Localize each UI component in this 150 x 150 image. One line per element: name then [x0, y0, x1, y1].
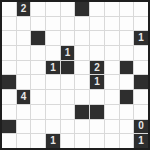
cell-r6c7-empty[interactable]	[105, 90, 119, 104]
cell-r7c5-wall	[75, 105, 89, 119]
cell-r5c8-empty[interactable]	[120, 75, 134, 89]
cell-r5c1-empty[interactable]	[17, 75, 31, 89]
cell-r5c0-wall	[2, 75, 16, 89]
cell-r3c3-empty[interactable]	[46, 46, 60, 60]
cell-r6c6-empty[interactable]	[90, 90, 104, 104]
cell-r1c8-empty[interactable]	[120, 17, 134, 31]
cell-r2c7-empty[interactable]	[105, 31, 119, 45]
cell-r8c7-empty[interactable]	[105, 120, 119, 134]
cell-r4c7-empty[interactable]	[105, 61, 119, 75]
cell-r2c5-empty[interactable]	[75, 31, 89, 45]
cell-r1c0-empty[interactable]	[2, 17, 16, 31]
cell-r1c9-empty[interactable]	[134, 17, 148, 31]
cell-r5c2-empty[interactable]	[31, 75, 45, 89]
cell-r1c4-empty[interactable]	[61, 17, 75, 31]
cell-r6c8-wall	[120, 90, 134, 104]
cell-r8c8-empty[interactable]	[120, 120, 134, 134]
cell-r1c2-empty[interactable]	[31, 17, 45, 31]
cell-r2c1-empty[interactable]	[17, 31, 31, 45]
cell-r0c1-wall-clue-2: 2	[17, 2, 31, 16]
cell-r9c3-wall-clue-1: 1	[46, 134, 60, 148]
cell-r2c2-wall	[31, 31, 45, 45]
cell-r1c1-empty[interactable]	[17, 17, 31, 31]
cell-r8c6-empty[interactable]	[90, 120, 104, 134]
cell-r4c9-empty[interactable]	[134, 61, 148, 75]
cell-r0c4-empty[interactable]	[61, 2, 75, 16]
cell-r3c8-empty[interactable]	[120, 46, 134, 60]
cell-r1c3-empty[interactable]	[46, 17, 60, 31]
cell-r3c6-empty[interactable]	[90, 46, 104, 60]
cell-r7c0-empty[interactable]	[2, 105, 16, 119]
cell-r2c8-empty[interactable]	[120, 31, 134, 45]
cell-r8c1-empty[interactable]	[17, 120, 31, 134]
cell-r9c7-empty[interactable]	[105, 134, 119, 148]
cell-r7c7-empty[interactable]	[105, 105, 119, 119]
cell-r0c2-empty[interactable]	[31, 2, 45, 16]
cell-r6c3-empty[interactable]	[46, 90, 60, 104]
cell-r3c9-empty[interactable]	[134, 46, 148, 60]
cell-r4c0-empty[interactable]	[2, 61, 16, 75]
cell-r9c5-empty[interactable]	[75, 134, 89, 148]
cell-r2c4-empty[interactable]	[61, 31, 75, 45]
cell-r7c2-empty[interactable]	[31, 105, 45, 119]
cell-r9c4-empty[interactable]	[61, 134, 75, 148]
cell-r9c1-empty[interactable]	[17, 134, 31, 148]
cell-r7c4-empty[interactable]	[61, 105, 75, 119]
cell-r6c5-empty[interactable]	[75, 90, 89, 104]
cell-r6c0-empty[interactable]	[2, 90, 16, 104]
cell-r5c3-empty[interactable]	[46, 75, 60, 89]
cell-r0c0-empty[interactable]	[2, 2, 16, 16]
cell-r9c8-empty[interactable]	[120, 134, 134, 148]
cell-r8c3-empty[interactable]	[46, 120, 60, 134]
cell-r0c3-empty[interactable]	[46, 2, 60, 16]
cell-r2c9-wall-clue-1: 1	[134, 31, 148, 45]
akari-board: 2111214011	[0, 0, 150, 150]
cell-r4c4-wall	[61, 61, 75, 75]
cell-r6c4-empty[interactable]	[61, 90, 75, 104]
cell-r2c3-empty[interactable]	[46, 31, 60, 45]
cell-r2c0-empty[interactable]	[2, 31, 16, 45]
cell-r0c6-empty[interactable]	[90, 2, 104, 16]
cell-r7c8-empty[interactable]	[120, 105, 134, 119]
cell-r5c4-empty[interactable]	[61, 75, 75, 89]
cell-r0c7-empty[interactable]	[105, 2, 119, 16]
cell-r3c2-empty[interactable]	[31, 46, 45, 60]
cell-r4c3-wall-clue-1: 1	[46, 61, 60, 75]
cell-r3c7-empty[interactable]	[105, 46, 119, 60]
cell-r8c5-empty[interactable]	[75, 120, 89, 134]
cell-r5c7-empty[interactable]	[105, 75, 119, 89]
cell-r7c3-empty[interactable]	[46, 105, 60, 119]
cell-r5c9-wall	[134, 75, 148, 89]
cell-r9c9-wall-clue-1: 1	[134, 134, 148, 148]
cell-r7c1-empty[interactable]	[17, 105, 31, 119]
cell-r3c5-empty[interactable]	[75, 46, 89, 60]
cell-r0c5-wall	[75, 2, 89, 16]
cell-r1c7-empty[interactable]	[105, 17, 119, 31]
cell-r6c9-empty[interactable]	[134, 90, 148, 104]
cell-r8c4-empty[interactable]	[61, 120, 75, 134]
cell-r9c0-empty[interactable]	[2, 134, 16, 148]
cell-r9c6-empty[interactable]	[90, 134, 104, 148]
cell-r3c1-empty[interactable]	[17, 46, 31, 60]
cell-r8c0-wall	[2, 120, 16, 134]
cell-r5c5-empty[interactable]	[75, 75, 89, 89]
cell-r0c8-empty[interactable]	[120, 2, 134, 16]
cell-r4c8-wall	[120, 61, 134, 75]
cell-r2c6-empty[interactable]	[90, 31, 104, 45]
cell-r5c6-wall-clue-1: 1	[90, 75, 104, 89]
cell-r6c1-wall-clue-4: 4	[17, 90, 31, 104]
cell-r4c5-empty[interactable]	[75, 61, 89, 75]
cell-r4c6-wall-clue-2: 2	[90, 61, 104, 75]
cell-r6c2-empty[interactable]	[31, 90, 45, 104]
cell-r7c6-wall	[90, 105, 104, 119]
cell-r0c9-empty[interactable]	[134, 2, 148, 16]
cell-r4c1-empty[interactable]	[17, 61, 31, 75]
cell-r9c2-empty[interactable]	[31, 134, 45, 148]
cell-r7c9-empty[interactable]	[134, 105, 148, 119]
cell-r3c4-wall-clue-1: 1	[61, 46, 75, 60]
cell-r1c5-empty[interactable]	[75, 17, 89, 31]
cell-r3c0-empty[interactable]	[2, 46, 16, 60]
cell-r8c2-empty[interactable]	[31, 120, 45, 134]
cell-r1c6-empty[interactable]	[90, 17, 104, 31]
cell-r8c9-wall-clue-0: 0	[134, 120, 148, 134]
cell-r4c2-empty[interactable]	[31, 61, 45, 75]
